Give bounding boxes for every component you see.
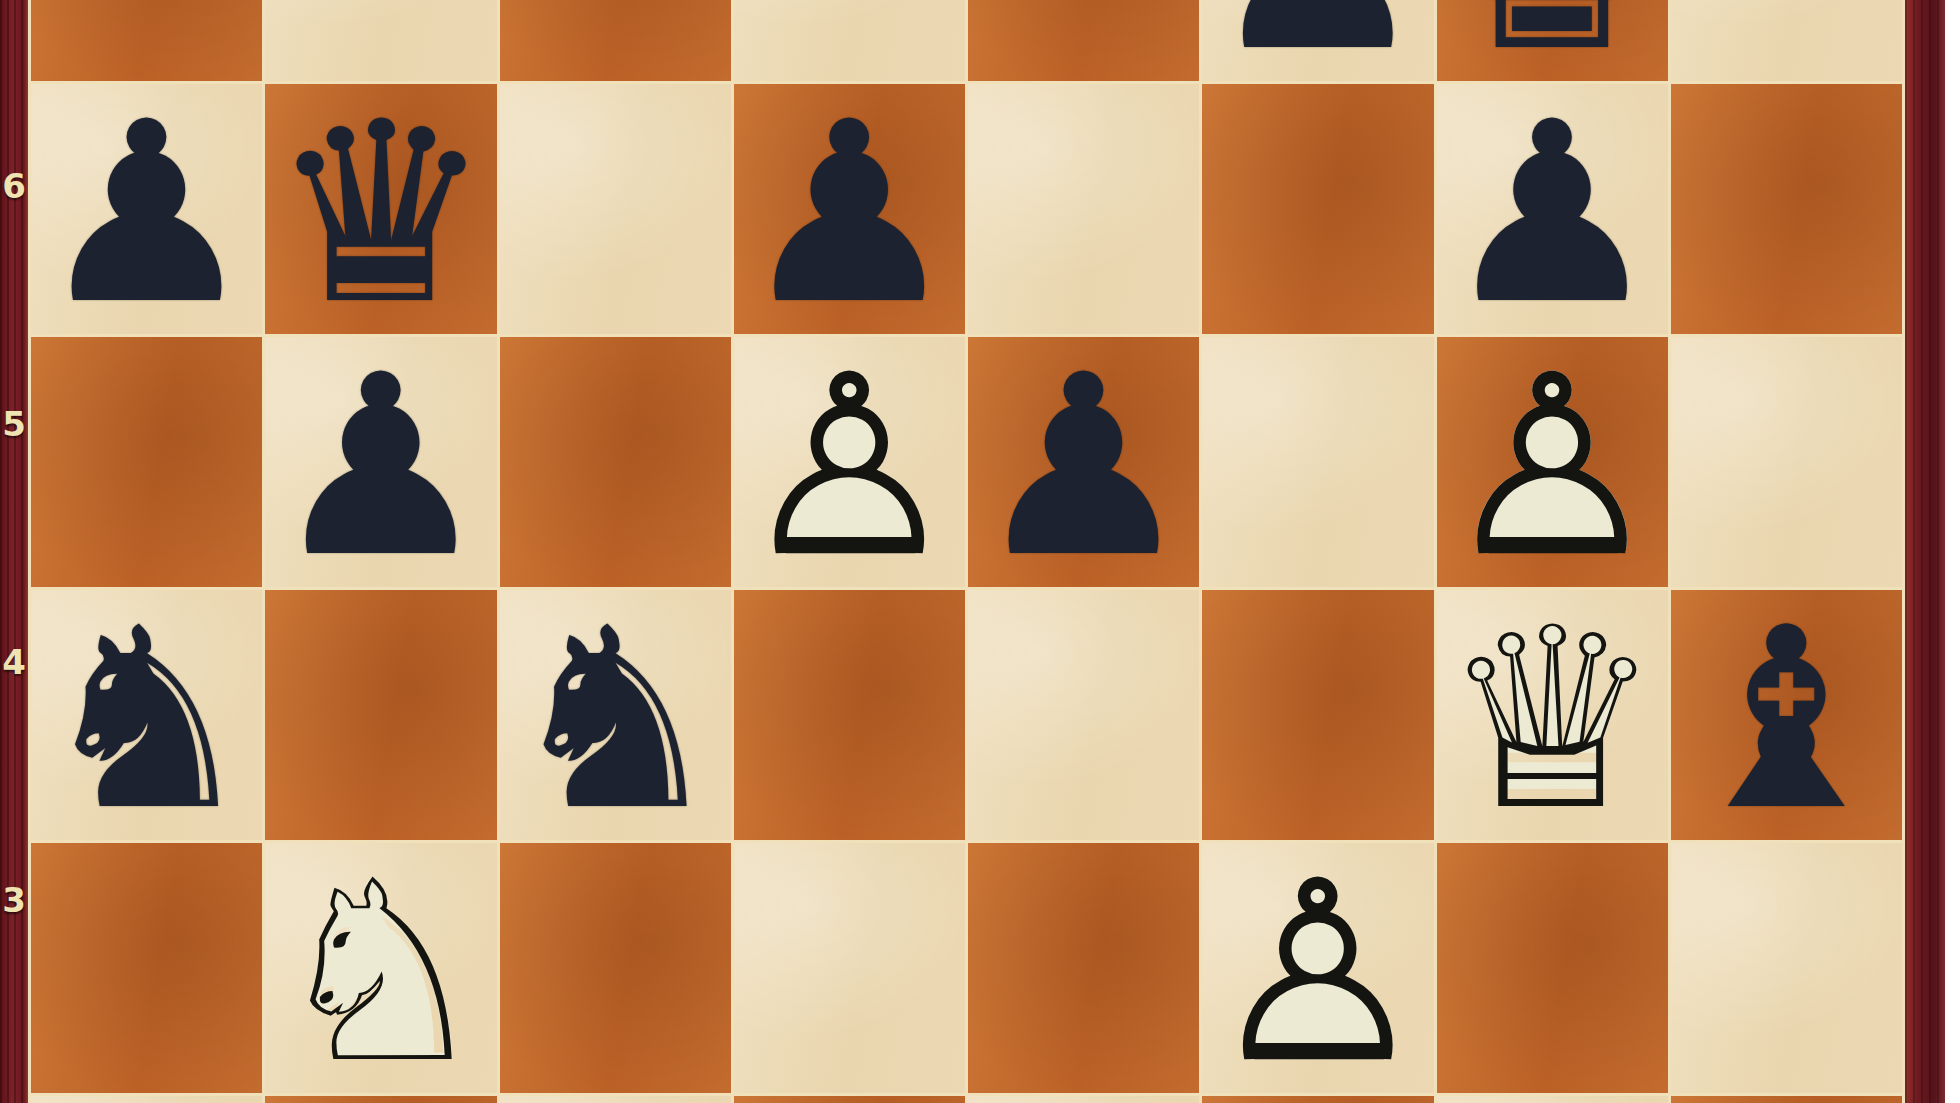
black-pawn-glyph: ♟ bbox=[1440, 89, 1664, 339]
square-a5[interactable] bbox=[31, 337, 262, 587]
square-g2[interactable] bbox=[1437, 1096, 1668, 1103]
black-knight-glyph: ♞ bbox=[35, 595, 259, 845]
board-left-border: 6 5 4 3 bbox=[0, 0, 28, 1103]
black-pawn-piece[interactable]: ♟ bbox=[737, 89, 961, 339]
square-f7[interactable]: ♟ bbox=[1202, 0, 1433, 81]
black-pawn-piece[interactable]: ♟ bbox=[972, 342, 1196, 592]
black-queen-glyph: ♛ bbox=[269, 89, 493, 339]
square-h3[interactable] bbox=[1671, 843, 1902, 1093]
white-pawn-piece[interactable]: ♟♙ bbox=[737, 342, 961, 592]
rank-label-5: 5 bbox=[0, 404, 28, 444]
chess-board-screenshot: ♟♚♟♛♟♟♟♟♙♟♟♙♞♞♛♕♝♞♘♟♙♟♙♟♙♟♙ 6 5 4 3 bbox=[0, 0, 1960, 1103]
square-b5[interactable]: ♟ bbox=[265, 337, 496, 587]
square-e6[interactable] bbox=[968, 84, 1199, 334]
chess-board: ♟♚♟♛♟♟♟♟♙♟♟♙♞♞♛♕♝♞♘♟♙♟♙♟♙♟♙ bbox=[28, 0, 1905, 1103]
square-c3[interactable] bbox=[500, 843, 731, 1093]
square-h6[interactable] bbox=[1671, 84, 1902, 334]
black-pawn-glyph: ♟ bbox=[269, 342, 493, 592]
square-c5[interactable] bbox=[500, 337, 731, 587]
square-g6[interactable]: ♟ bbox=[1437, 84, 1668, 334]
square-a2[interactable]: ♟♙ bbox=[31, 1096, 262, 1103]
black-pawn-piece[interactable]: ♟ bbox=[1440, 89, 1664, 339]
black-pawn-glyph: ♟ bbox=[1206, 0, 1430, 86]
square-d3[interactable] bbox=[734, 843, 965, 1093]
black-pawn-piece[interactable]: ♟ bbox=[269, 342, 493, 592]
board-right-border bbox=[1905, 0, 1945, 1103]
rank-label-4: 4 bbox=[0, 642, 28, 682]
black-pawn-piece[interactable]: ♟ bbox=[1206, 0, 1430, 86]
square-c4[interactable]: ♞ bbox=[500, 590, 731, 840]
square-g5[interactable]: ♟♙ bbox=[1437, 337, 1668, 587]
white-pawn-outline: ♙ bbox=[1440, 342, 1664, 592]
square-f2[interactable] bbox=[1202, 1096, 1433, 1103]
square-e2[interactable] bbox=[968, 1096, 1199, 1103]
square-h5[interactable] bbox=[1671, 337, 1902, 587]
square-h4[interactable]: ♝ bbox=[1671, 590, 1902, 840]
white-knight-outline: ♘ bbox=[269, 848, 493, 1098]
square-e5[interactable]: ♟ bbox=[968, 337, 1199, 587]
white-knight-piece[interactable]: ♞♘ bbox=[269, 848, 493, 1098]
square-a3[interactable] bbox=[31, 843, 262, 1093]
black-pawn-glyph: ♟ bbox=[35, 89, 259, 339]
black-bishop-piece[interactable]: ♝ bbox=[1674, 595, 1898, 845]
square-d5[interactable]: ♟♙ bbox=[734, 337, 965, 587]
square-a6[interactable]: ♟ bbox=[31, 84, 262, 334]
square-e3[interactable] bbox=[968, 843, 1199, 1093]
square-c2[interactable]: ♟♙ bbox=[500, 1096, 731, 1103]
square-b4[interactable] bbox=[265, 590, 496, 840]
square-f3[interactable]: ♟♙ bbox=[1202, 843, 1433, 1093]
rank-label-6: 6 bbox=[0, 166, 28, 206]
square-f5[interactable] bbox=[1202, 337, 1433, 587]
square-e7[interactable] bbox=[968, 0, 1199, 81]
square-b3[interactable]: ♞♘ bbox=[265, 843, 496, 1093]
square-f6[interactable] bbox=[1202, 84, 1433, 334]
square-g3[interactable] bbox=[1437, 843, 1668, 1093]
black-knight-piece[interactable]: ♞ bbox=[503, 595, 727, 845]
black-pawn-glyph: ♟ bbox=[737, 89, 961, 339]
square-d6[interactable]: ♟ bbox=[734, 84, 965, 334]
white-pawn-piece[interactable]: ♟♙ bbox=[1206, 848, 1430, 1098]
white-queen-outline: ♕ bbox=[1440, 595, 1664, 845]
black-knight-glyph: ♞ bbox=[503, 595, 727, 845]
square-e4[interactable] bbox=[968, 590, 1199, 840]
square-c7[interactable] bbox=[500, 0, 731, 81]
square-f4[interactable] bbox=[1202, 590, 1433, 840]
white-pawn-outline: ♙ bbox=[1206, 848, 1430, 1098]
rank-label-3: 3 bbox=[0, 880, 28, 920]
square-d2[interactable] bbox=[734, 1096, 965, 1103]
square-b2[interactable]: ♟♙ bbox=[265, 1096, 496, 1103]
square-d4[interactable] bbox=[734, 590, 965, 840]
white-pawn-outline: ♙ bbox=[737, 342, 961, 592]
black-bishop-glyph: ♝ bbox=[1674, 595, 1898, 845]
square-b6[interactable]: ♛ bbox=[265, 84, 496, 334]
white-queen-piece[interactable]: ♛♕ bbox=[1440, 595, 1664, 845]
square-a4[interactable]: ♞ bbox=[31, 590, 262, 840]
black-pawn-glyph: ♟ bbox=[972, 342, 1196, 592]
square-h2[interactable] bbox=[1671, 1096, 1902, 1103]
black-queen-piece[interactable]: ♛ bbox=[269, 89, 493, 339]
black-pawn-piece[interactable]: ♟ bbox=[35, 89, 259, 339]
square-g4[interactable]: ♛♕ bbox=[1437, 590, 1668, 840]
square-c6[interactable] bbox=[500, 84, 731, 334]
square-h7[interactable] bbox=[1671, 0, 1902, 81]
black-knight-piece[interactable]: ♞ bbox=[35, 595, 259, 845]
white-pawn-piece[interactable]: ♟♙ bbox=[1440, 342, 1664, 592]
